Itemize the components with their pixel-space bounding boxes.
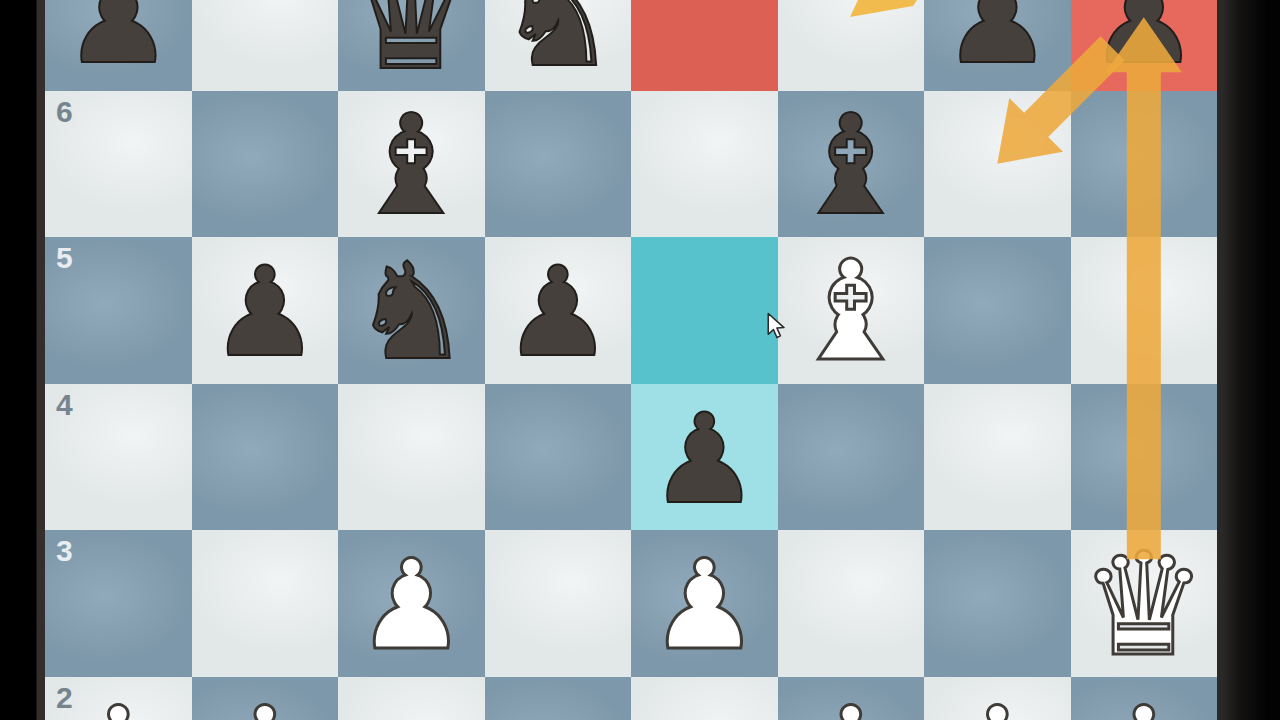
- square-g3[interactable]: [924, 530, 1071, 677]
- black-knight-d7[interactable]: ♞: [498, 0, 618, 86]
- square-c5[interactable]: ♞: [338, 237, 485, 384]
- white-pawn-g2[interactable]: ♟: [942, 690, 1053, 720]
- white-pawn-h2[interactable]: ♟: [1088, 690, 1199, 720]
- board-right-border: [1217, 0, 1280, 720]
- white-pawn-b2[interactable]: ♟: [209, 690, 320, 720]
- white-pawn-f2[interactable]: ♟: [795, 690, 906, 720]
- square-b4[interactable]: [192, 384, 339, 531]
- black-knight-c5[interactable]: ♞: [351, 245, 471, 379]
- white-bishop-f5[interactable]: ♝: [789, 243, 913, 381]
- rank-label-6: 6: [56, 97, 73, 127]
- square-h2[interactable]: ♟: [1071, 677, 1218, 720]
- square-c7[interactable]: ♛: [338, 0, 485, 91]
- square-h5[interactable]: [1071, 237, 1218, 384]
- square-e4[interactable]: ♟: [631, 384, 778, 531]
- black-pawn-b5[interactable]: ♟: [209, 250, 320, 374]
- square-b7[interactable]: [192, 0, 339, 91]
- square-g5[interactable]: [924, 237, 1071, 384]
- square-e2[interactable]: [631, 677, 778, 720]
- square-d7[interactable]: ♞: [485, 0, 632, 91]
- square-h7[interactable]: ♟: [1071, 0, 1218, 91]
- rank-label-4: 4: [56, 390, 73, 420]
- square-g2[interactable]: ♟: [924, 677, 1071, 720]
- square-d3[interactable]: [485, 530, 632, 677]
- square-a2[interactable]: 2♟: [45, 677, 192, 720]
- black-queen-c7[interactable]: ♛: [348, 0, 475, 90]
- square-c2[interactable]: [338, 677, 485, 720]
- square-c3[interactable]: ♟: [338, 530, 485, 677]
- square-b5[interactable]: ♟: [192, 237, 339, 384]
- square-f2[interactable]: ♟: [778, 677, 925, 720]
- square-d4[interactable]: [485, 384, 632, 531]
- black-pawn-e4[interactable]: ♟: [649, 397, 760, 521]
- square-b3[interactable]: [192, 530, 339, 677]
- black-bishop-f6[interactable]: ♝: [789, 97, 913, 235]
- board-left-border: [0, 0, 45, 720]
- square-e5[interactable]: [631, 237, 778, 384]
- white-pawn-a2[interactable]: ♟: [63, 690, 174, 720]
- square-g4[interactable]: [924, 384, 1071, 531]
- white-pawn-e3[interactable]: ♟: [649, 543, 760, 667]
- square-g6[interactable]: [924, 91, 1071, 238]
- black-pawn-d5[interactable]: ♟: [502, 250, 613, 374]
- square-f6[interactable]: ♝: [778, 91, 925, 238]
- rank-label-5: 5: [56, 243, 73, 273]
- white-pawn-c3[interactable]: ♟: [356, 543, 467, 667]
- square-h3[interactable]: ♛: [1071, 530, 1218, 677]
- black-pawn-h7[interactable]: ♟: [1088, 0, 1199, 81]
- square-a5[interactable]: 5: [45, 237, 192, 384]
- square-b6[interactable]: [192, 91, 339, 238]
- square-f4[interactable]: [778, 384, 925, 531]
- rank-label-3: 3: [56, 536, 73, 566]
- square-e3[interactable]: ♟: [631, 530, 778, 677]
- square-d5[interactable]: ♟: [485, 237, 632, 384]
- square-c4[interactable]: [338, 384, 485, 531]
- square-a6[interactable]: 6: [45, 91, 192, 238]
- square-c6[interactable]: ♝: [338, 91, 485, 238]
- square-f7[interactable]: [778, 0, 925, 91]
- square-d2[interactable]: [485, 677, 632, 720]
- square-b2[interactable]: ♟: [192, 677, 339, 720]
- square-f5[interactable]: ♝: [778, 237, 925, 384]
- square-a4[interactable]: 4: [45, 384, 192, 531]
- black-pawn-a7[interactable]: ♟: [63, 0, 174, 81]
- square-e6[interactable]: [631, 91, 778, 238]
- black-bishop-c6[interactable]: ♝: [349, 97, 473, 235]
- chess-board[interactable]: 7♟♛♞♟♟6♝♝5♟♞♟♝4♟3♟♟♛2♟♟♟♟♟: [45, 0, 1217, 720]
- square-g7[interactable]: ♟: [924, 0, 1071, 91]
- square-h4[interactable]: [1071, 384, 1218, 531]
- square-a3[interactable]: 3: [45, 530, 192, 677]
- square-e7[interactable]: [631, 0, 778, 91]
- white-queen-h3[interactable]: ♛: [1080, 534, 1207, 676]
- square-d6[interactable]: [485, 91, 632, 238]
- square-a7[interactable]: 7♟: [45, 0, 192, 91]
- square-f3[interactable]: [778, 530, 925, 677]
- square-h6[interactable]: [1071, 91, 1218, 238]
- black-pawn-g7[interactable]: ♟: [942, 0, 1053, 81]
